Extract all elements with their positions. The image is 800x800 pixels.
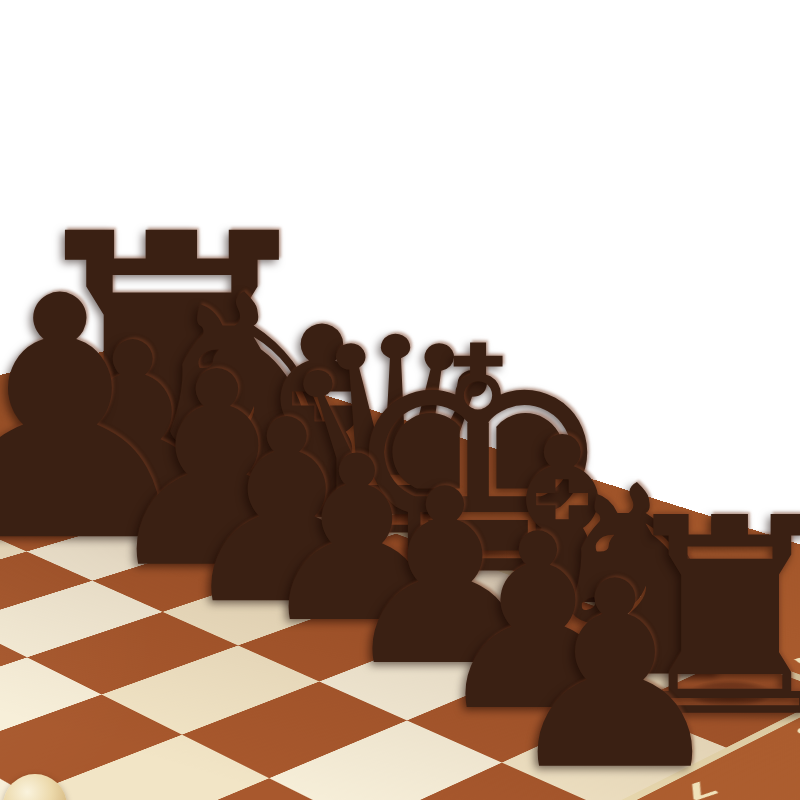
chess-photo-stage: AABBCCDDEEFFGGHH8877665544332211 ♜♞♝♛♚♝♞…	[0, 0, 800, 800]
black-pawn-h7[interactable]: ♟	[499, 548, 730, 800]
